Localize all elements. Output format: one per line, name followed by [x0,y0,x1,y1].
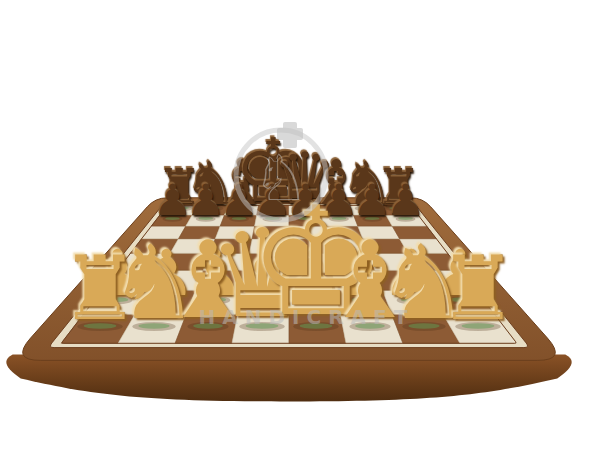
felt-base [358,206,376,209]
felt-base [355,323,385,328]
square-b6 [179,226,221,239]
felt-base [232,217,246,220]
felt-base [165,217,179,220]
felt-base [156,297,177,302]
square-d6 [252,226,289,239]
felt-base [300,323,333,328]
felt-base [265,217,279,220]
square-c4 [203,253,249,270]
felt-base [246,323,279,328]
felt-base [450,297,471,302]
square-f5 [326,239,369,254]
felt-base [84,323,117,328]
felt-base [254,297,275,302]
felt-base [202,206,220,209]
chess-set-product-photo: ♜♞♝♚♛♝♞♜♟♟♟♟♟♟♟♟♟♟♟♟♟♟♟♟♜♞♝♛♚♝♞♜ ♘ HANDI… [0,0,600,450]
square-f4 [329,253,375,270]
felt-base [352,297,373,302]
felt-base [398,217,412,220]
chess-board [0,0,600,450]
felt-base [138,323,169,328]
felt-base [401,297,422,302]
board-front-edge [6,354,571,401]
square-e3 [289,270,336,290]
square-f3 [332,270,383,290]
felt-base [462,323,495,328]
square-c6 [215,226,254,239]
felt-base [205,297,226,302]
felt-base [199,217,213,220]
square-e4 [289,253,332,270]
felt-base [170,206,189,209]
felt-base [233,206,250,209]
felt-base [264,206,283,209]
felt-base [408,323,439,328]
felt-base [303,297,324,302]
felt-base [107,297,128,302]
square-c3 [196,270,247,290]
square-f6 [323,226,362,239]
felt-base [365,217,379,220]
square-d4 [246,253,289,270]
felt-base [327,206,344,209]
felt-base [298,217,312,220]
square-d3 [242,270,289,290]
square-c5 [210,239,253,254]
felt-base [332,217,346,220]
felt-base [295,206,314,209]
square-d5 [249,239,289,254]
square-e5 [289,239,329,254]
square-e6 [289,226,326,239]
felt-base [193,323,223,328]
felt-base [389,206,408,209]
